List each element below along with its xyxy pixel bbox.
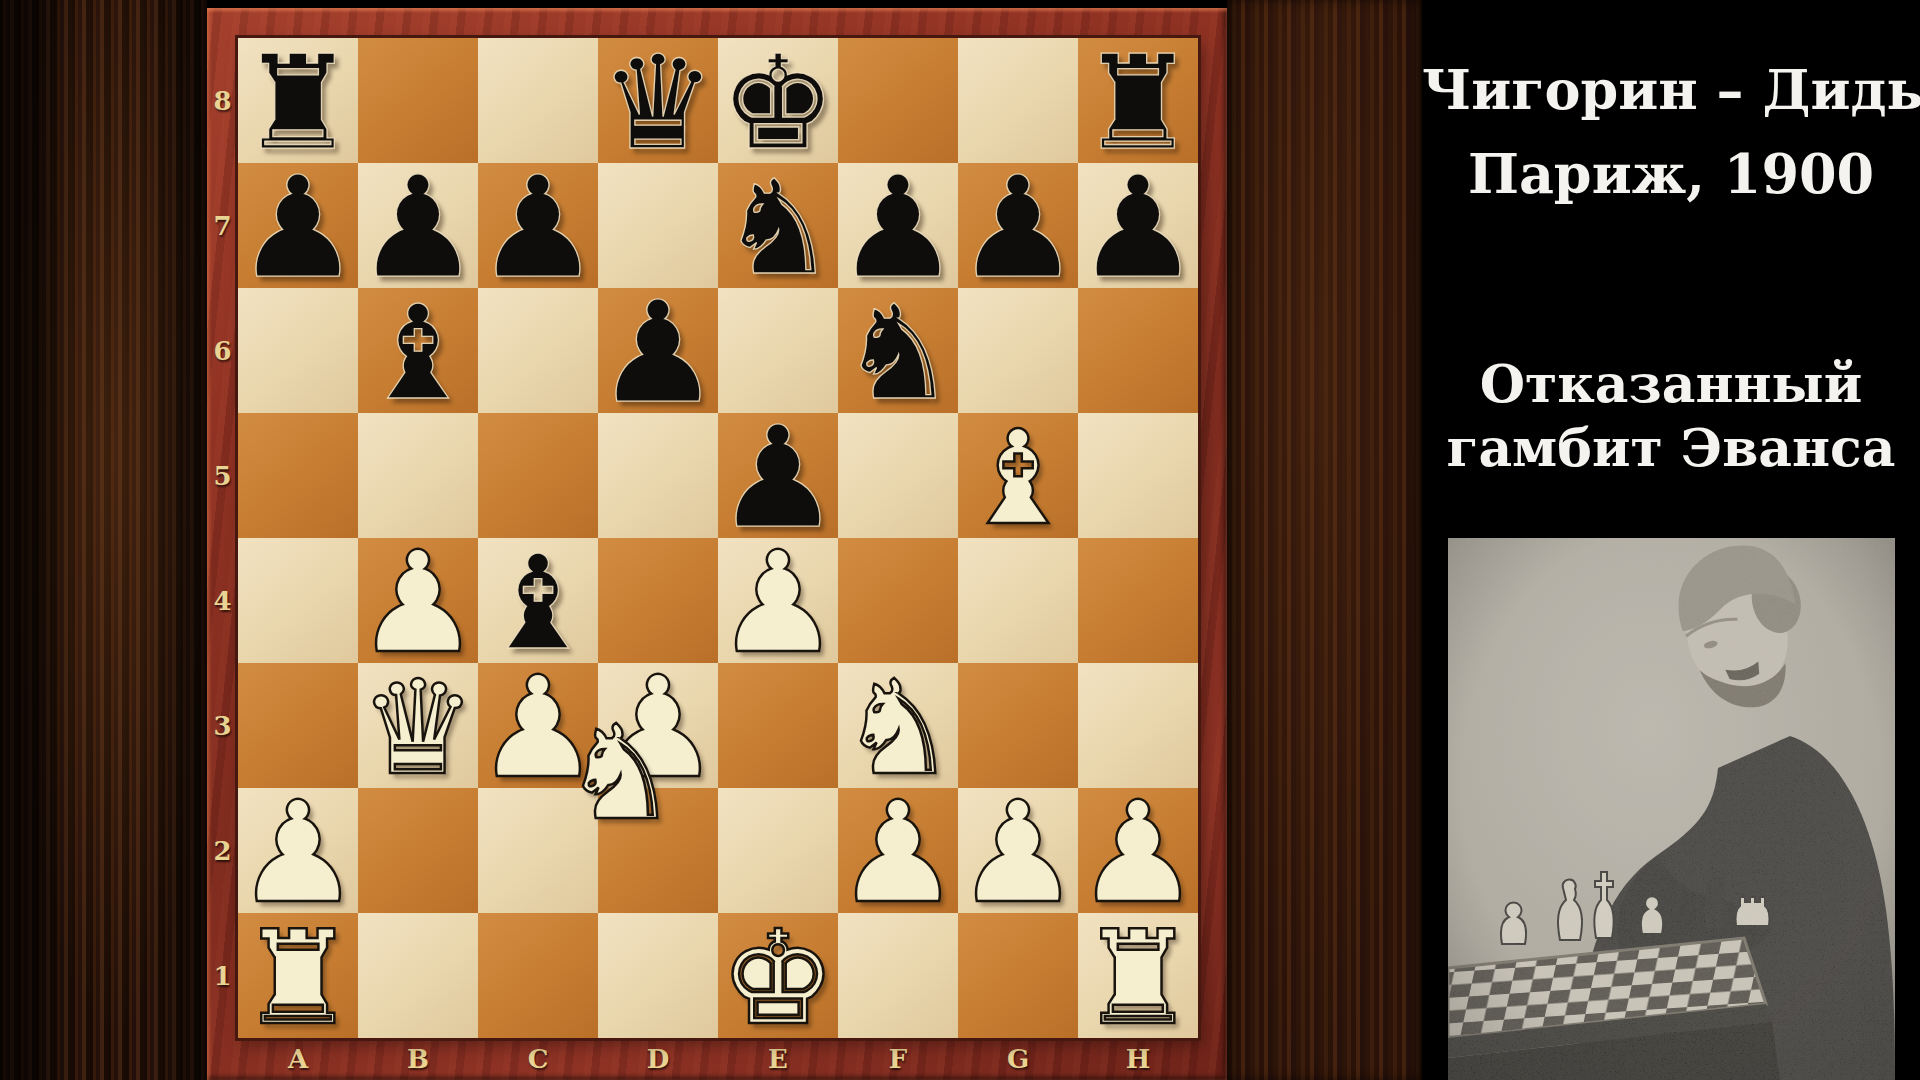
square-b8[interactable] <box>358 38 478 163</box>
file-label-E: E <box>718 1038 838 1080</box>
wood-background-middle <box>1227 0 1422 1080</box>
rank-label-1: 1 <box>207 913 238 1038</box>
game-title-players: Чигорин – Дидье <box>1422 48 1920 132</box>
square-g1[interactable] <box>958 913 1078 1038</box>
square-e1[interactable] <box>718 913 838 1038</box>
photo-grain <box>1448 538 1895 1080</box>
square-a7[interactable] <box>238 163 358 288</box>
square-d3[interactable] <box>598 663 718 788</box>
file-label-G: G <box>958 1038 1078 1080</box>
opening-name-line1: Отказанный <box>1422 352 1920 416</box>
square-h6[interactable] <box>1078 288 1198 413</box>
file-label-C: C <box>478 1038 598 1080</box>
chigorin-photo-svg <box>1448 538 1895 1080</box>
square-h7[interactable] <box>1078 163 1198 288</box>
file-label-D: D <box>598 1038 718 1080</box>
square-b6[interactable] <box>358 288 478 413</box>
square-e3[interactable] <box>718 663 838 788</box>
rank-label-5: 5 <box>207 413 238 538</box>
square-h1[interactable] <box>1078 913 1198 1038</box>
rank-label-4: 4 <box>207 538 238 663</box>
game-title: Чигорин – Дидье Париж, 1900 <box>1422 48 1920 216</box>
square-d7[interactable] <box>598 163 718 288</box>
opening-name-line2: гамбит Эванса <box>1422 416 1920 480</box>
square-f7[interactable] <box>838 163 958 288</box>
square-h3[interactable] <box>1078 663 1198 788</box>
square-f6[interactable] <box>838 288 958 413</box>
square-b4[interactable] <box>358 538 478 663</box>
square-c1[interactable] <box>478 913 598 1038</box>
square-h5[interactable] <box>1078 413 1198 538</box>
square-d6[interactable] <box>598 288 718 413</box>
square-f1[interactable] <box>838 913 958 1038</box>
square-d1[interactable] <box>598 913 718 1038</box>
square-g5[interactable] <box>958 413 1078 538</box>
square-c8[interactable] <box>478 38 598 163</box>
square-h2[interactable] <box>1078 788 1198 913</box>
rank-label-2: 2 <box>207 788 238 913</box>
square-h4[interactable] <box>1078 538 1198 663</box>
square-g3[interactable] <box>958 663 1078 788</box>
square-c4[interactable] <box>478 538 598 663</box>
square-e4[interactable] <box>718 538 838 663</box>
file-label-A: A <box>238 1038 358 1080</box>
square-g7[interactable] <box>958 163 1078 288</box>
square-b2[interactable] <box>358 788 478 913</box>
square-g2[interactable] <box>958 788 1078 913</box>
square-f5[interactable] <box>838 413 958 538</box>
square-a8[interactable] <box>238 38 358 163</box>
square-e6[interactable] <box>718 288 838 413</box>
square-b5[interactable] <box>358 413 478 538</box>
square-e8[interactable] <box>718 38 838 163</box>
rank-label-6: 6 <box>207 288 238 413</box>
square-f4[interactable] <box>838 538 958 663</box>
file-label-F: F <box>838 1038 958 1080</box>
square-f3[interactable] <box>838 663 958 788</box>
square-c2[interactable] <box>478 788 598 913</box>
square-b3[interactable] <box>358 663 478 788</box>
square-c6[interactable] <box>478 288 598 413</box>
game-title-place-year: Париж, 1900 <box>1422 132 1920 216</box>
square-g6[interactable] <box>958 288 1078 413</box>
opening-name: Отказанный гамбит Эванса <box>1422 352 1920 480</box>
square-a3[interactable] <box>238 663 358 788</box>
rank-label-3: 3 <box>207 663 238 788</box>
square-e7[interactable] <box>718 163 838 288</box>
rank-label-7: 7 <box>207 163 238 288</box>
wood-background-left <box>0 0 207 1080</box>
square-c7[interactable] <box>478 163 598 288</box>
square-c3[interactable] <box>478 663 598 788</box>
square-a1[interactable] <box>238 913 358 1038</box>
square-d4[interactable] <box>598 538 718 663</box>
square-c5[interactable] <box>478 413 598 538</box>
square-a5[interactable] <box>238 413 358 538</box>
chigorin-photo <box>1448 538 1895 1080</box>
square-d8[interactable] <box>598 38 718 163</box>
square-b7[interactable] <box>358 163 478 288</box>
file-label-H: H <box>1078 1038 1198 1080</box>
chessboard[interactable]: ♜♛♚♜♟♟♟♞♟♟♟♝♟♞♟♝♟♝♟♛♟♟♞♟♟♟♟♜♚♜♞ <box>238 38 1198 1038</box>
square-f8[interactable] <box>838 38 958 163</box>
square-f2[interactable] <box>838 788 958 913</box>
square-a2[interactable] <box>238 788 358 913</box>
square-e5[interactable] <box>718 413 838 538</box>
file-label-B: B <box>358 1038 478 1080</box>
right-panel: Чигорин – Дидье Париж, 1900 Отказанный г… <box>1422 0 1920 1080</box>
square-e2[interactable] <box>718 788 838 913</box>
square-a6[interactable] <box>238 288 358 413</box>
square-b1[interactable] <box>358 913 478 1038</box>
square-d5[interactable] <box>598 413 718 538</box>
rank-label-8: 8 <box>207 38 238 163</box>
square-d2[interactable] <box>598 788 718 913</box>
square-h8[interactable] <box>1078 38 1198 163</box>
square-a4[interactable] <box>238 538 358 663</box>
square-g8[interactable] <box>958 38 1078 163</box>
square-g4[interactable] <box>958 538 1078 663</box>
chessboard-frame: 87654321 ABCDEFGH ♜♛♚♜♟♟♟♞♟♟♟♝♟♞♟♝♟♝♟♛♟♟… <box>207 8 1227 1080</box>
